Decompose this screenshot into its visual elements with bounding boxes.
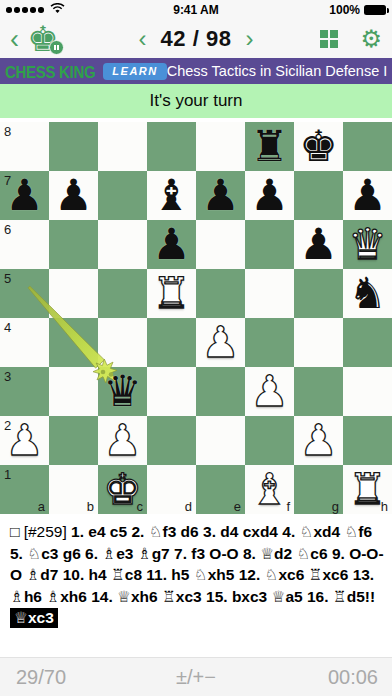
- app-screen: 9:41 AM 100% ‹ ♚ ‹ 42 / 98 › ⚙ CHESS KIN…: [0, 0, 392, 696]
- square-g8[interactable]: ♚: [294, 122, 343, 171]
- white-pawn-f3[interactable]: ♟: [245, 367, 294, 416]
- square-c7[interactable]: [98, 171, 147, 220]
- square-a5[interactable]: 5: [0, 269, 49, 318]
- square-f4[interactable]: [245, 318, 294, 367]
- square-d5[interactable]: ♜: [147, 269, 196, 318]
- square-f2[interactable]: [245, 416, 294, 465]
- rank-label-1: 1: [4, 467, 11, 482]
- square-e6[interactable]: [196, 220, 245, 269]
- square-f6[interactable]: [245, 220, 294, 269]
- square-b8[interactable]: [49, 122, 98, 171]
- square-d7[interactable]: ♝: [147, 171, 196, 220]
- square-b3[interactable]: [49, 367, 98, 416]
- brand-bar: CHESS KING LEARN Chess Tactics in Sicili…: [0, 58, 392, 84]
- square-g2[interactable]: ♟: [294, 416, 343, 465]
- square-d8[interactable]: [147, 122, 196, 171]
- white-pawn-g2[interactable]: ♟: [294, 416, 343, 465]
- file-label-e: e: [234, 499, 241, 514]
- file-label-b: b: [87, 499, 94, 514]
- rank-label-5: 5: [4, 271, 11, 286]
- white-pawn-e4[interactable]: ♟: [196, 318, 245, 367]
- square-b6[interactable]: [49, 220, 98, 269]
- square-d4[interactable]: [147, 318, 196, 367]
- course-title: Chess Tactics in Sicilian Defense I: [167, 63, 390, 79]
- next-puzzle-button[interactable]: ›: [245, 24, 253, 54]
- black-bishop-d7[interactable]: ♝: [147, 171, 196, 220]
- square-e2[interactable]: [196, 416, 245, 465]
- square-a3[interactable]: 3: [0, 367, 49, 416]
- square-b4[interactable]: [49, 318, 98, 367]
- square-g1[interactable]: g: [294, 465, 343, 514]
- square-d2[interactable]: [147, 416, 196, 465]
- square-b7[interactable]: ♟: [49, 171, 98, 220]
- square-h4[interactable]: [343, 318, 392, 367]
- back-button[interactable]: ‹: [10, 24, 19, 54]
- bottom-toolbar: 29/70 ±/+− 00:06: [0, 657, 392, 696]
- file-label-f: f: [286, 499, 290, 514]
- square-g4[interactable]: [294, 318, 343, 367]
- square-e4[interactable]: ♟: [196, 318, 245, 367]
- square-c2[interactable]: ♟: [98, 416, 147, 465]
- square-f7[interactable]: ♟: [245, 171, 294, 220]
- square-e5[interactable]: [196, 269, 245, 318]
- board[interactable]: 8♜♚7♟♟♝♟♟♟6♟♟♛5♜♞4♟3♛♟2♟♟♟1abc♚def♝gh♜: [0, 122, 392, 514]
- square-b1[interactable]: b: [49, 465, 98, 514]
- file-label-c: c: [137, 499, 144, 514]
- square-h6[interactable]: ♛: [343, 220, 392, 269]
- black-pawn-b7[interactable]: ♟: [49, 171, 98, 220]
- board-wrap: 8♜♚7♟♟♝♟♟♟6♟♟♛5♜♞4♟3♛♟2♟♟♟1abc♚def♝gh♜: [0, 122, 392, 514]
- rank-label-4: 4: [4, 320, 11, 335]
- square-a1[interactable]: 1a: [0, 465, 49, 514]
- square-f8[interactable]: ♜: [245, 122, 294, 171]
- square-e8[interactable]: [196, 122, 245, 171]
- turn-message: It's your turn: [149, 91, 242, 111]
- black-queen-c3[interactable]: ♛: [98, 367, 147, 416]
- black-pawn-d6[interactable]: ♟: [147, 220, 196, 269]
- settings-gear-button[interactable]: ⚙: [360, 27, 382, 51]
- black-pawn-h7[interactable]: ♟: [343, 171, 392, 220]
- square-f5[interactable]: [245, 269, 294, 318]
- square-b5[interactable]: [49, 269, 98, 318]
- square-c5[interactable]: [98, 269, 147, 318]
- rank-label-8: 8: [4, 124, 11, 139]
- square-h1[interactable]: h♜: [343, 465, 392, 514]
- white-pawn-c2[interactable]: ♟: [98, 416, 147, 465]
- square-f3[interactable]: ♟: [245, 367, 294, 416]
- black-pawn-f7[interactable]: ♟: [245, 171, 294, 220]
- file-label-d: d: [185, 499, 192, 514]
- battery-percent: 100%: [329, 3, 360, 17]
- square-a2[interactable]: 2♟: [0, 416, 49, 465]
- puzzle-list-button[interactable]: [320, 30, 338, 48]
- square-h3[interactable]: [343, 367, 392, 416]
- square-g3[interactable]: [294, 367, 343, 416]
- square-a6[interactable]: 6: [0, 220, 49, 269]
- learn-badge: LEARN: [103, 63, 166, 80]
- file-label-h: h: [381, 499, 388, 514]
- square-c6[interactable]: [98, 220, 147, 269]
- nav-bar: ‹ ♚ ‹ 42 / 98 › ⚙: [0, 20, 392, 58]
- square-d1[interactable]: d: [147, 465, 196, 514]
- square-g6[interactable]: ♟: [294, 220, 343, 269]
- square-c8[interactable]: [98, 122, 147, 171]
- white-rook-d5[interactable]: ♜: [147, 269, 196, 318]
- rank-label-7: 7: [4, 173, 11, 188]
- file-label-g: g: [332, 499, 339, 514]
- square-h5[interactable]: ♞: [343, 269, 392, 318]
- white-queen-h6[interactable]: ♛: [343, 220, 392, 269]
- square-g7[interactable]: [294, 171, 343, 220]
- square-g5[interactable]: [294, 269, 343, 318]
- square-c3[interactable]: ♛: [98, 367, 147, 416]
- black-pawn-g6[interactable]: ♟: [294, 220, 343, 269]
- battery-icon: [364, 5, 386, 15]
- black-pawn-e7[interactable]: ♟: [196, 171, 245, 220]
- pause-badge-icon: [49, 40, 64, 55]
- puzzle-id: □ [#259]: [10, 523, 67, 540]
- square-c1[interactable]: c♚: [98, 465, 147, 514]
- turn-banner: It's your turn: [0, 84, 392, 118]
- app-name: CHESS KING: [5, 61, 95, 81]
- square-a4[interactable]: 4: [0, 318, 49, 367]
- timer: 00:06: [328, 666, 392, 689]
- black-knight-h5[interactable]: ♞: [343, 269, 392, 318]
- rank-label-2: 2: [4, 418, 11, 433]
- square-e1[interactable]: e: [196, 465, 245, 514]
- black-rook-f8[interactable]: ♜: [245, 122, 294, 171]
- prev-puzzle-button[interactable]: ‹: [139, 24, 147, 54]
- square-h8[interactable]: [343, 122, 392, 171]
- rank-label-3: 3: [4, 369, 11, 384]
- square-e7[interactable]: ♟: [196, 171, 245, 220]
- puzzle-counter: 42 / 98: [161, 26, 232, 52]
- move-text: 1. e4 c5 2. ♘f3 d6 3. d4 cxd4 4. ♘xd4 ♘f…: [10, 523, 384, 605]
- status-bar: 9:41 AM 100%: [0, 0, 392, 20]
- file-label-a: a: [38, 499, 45, 514]
- chess-king-logo-icon[interactable]: ♚: [23, 21, 63, 57]
- square-e3[interactable]: [196, 367, 245, 416]
- square-a8[interactable]: 8: [0, 122, 49, 171]
- square-a7[interactable]: 7♟: [0, 171, 49, 220]
- square-h2[interactable]: [343, 416, 392, 465]
- square-f1[interactable]: f♝: [245, 465, 294, 514]
- square-h7[interactable]: ♟: [343, 171, 392, 220]
- current-move-highlight[interactable]: ♕xc3: [10, 608, 58, 628]
- move-list: □ [#259] 1. e4 c5 2. ♘f3 d6 3. d4 cxd4 4…: [0, 514, 392, 629]
- square-d3[interactable]: [147, 367, 196, 416]
- square-d6[interactable]: ♟: [147, 220, 196, 269]
- square-c4[interactable]: [98, 318, 147, 367]
- square-b2[interactable]: [49, 416, 98, 465]
- rank-label-6: 6: [4, 222, 11, 237]
- black-king-g8[interactable]: ♚: [294, 122, 343, 171]
